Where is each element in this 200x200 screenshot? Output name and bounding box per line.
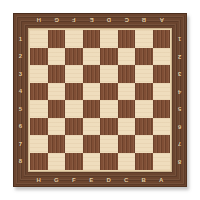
square-e6[interactable] <box>83 118 101 136</box>
square-d3[interactable] <box>100 65 118 83</box>
square-c2[interactable] <box>118 48 136 66</box>
square-h8[interactable] <box>30 153 48 171</box>
square-d8[interactable] <box>100 153 118 171</box>
square-e8[interactable] <box>83 153 101 171</box>
square-d4[interactable] <box>100 83 118 101</box>
square-d5[interactable] <box>100 100 118 118</box>
square-b8[interactable] <box>135 153 153 171</box>
board-frame-left <box>13 13 28 187</box>
square-b7[interactable] <box>135 135 153 153</box>
square-f4[interactable] <box>65 83 83 101</box>
square-g5[interactable] <box>48 100 66 118</box>
square-d7[interactable] <box>100 135 118 153</box>
square-h1[interactable] <box>30 30 48 48</box>
square-e2[interactable] <box>83 48 101 66</box>
square-g4[interactable] <box>48 83 66 101</box>
square-c3[interactable] <box>118 65 136 83</box>
square-d2[interactable] <box>100 48 118 66</box>
square-b4[interactable] <box>135 83 153 101</box>
square-g2[interactable] <box>48 48 66 66</box>
square-a4[interactable] <box>153 83 171 101</box>
square-h2[interactable] <box>30 48 48 66</box>
board-frame-bottom <box>13 172 187 187</box>
square-e4[interactable] <box>83 83 101 101</box>
square-h4[interactable] <box>30 83 48 101</box>
square-a2[interactable] <box>153 48 171 66</box>
square-b1[interactable] <box>135 30 153 48</box>
square-e7[interactable] <box>83 135 101 153</box>
square-a6[interactable] <box>153 118 171 136</box>
square-f6[interactable] <box>65 118 83 136</box>
square-f7[interactable] <box>65 135 83 153</box>
chess-board: HH11GG22FF33EE44DD55CC66BB77AA88 <box>13 13 187 187</box>
square-b2[interactable] <box>135 48 153 66</box>
square-f3[interactable] <box>65 65 83 83</box>
square-h6[interactable] <box>30 118 48 136</box>
square-g8[interactable] <box>48 153 66 171</box>
square-f8[interactable] <box>65 153 83 171</box>
square-a3[interactable] <box>153 65 171 83</box>
square-c6[interactable] <box>118 118 136 136</box>
board-frame-top <box>13 13 187 28</box>
square-d1[interactable] <box>100 30 118 48</box>
square-g1[interactable] <box>48 30 66 48</box>
board-squares-grid <box>30 30 170 170</box>
square-a7[interactable] <box>153 135 171 153</box>
square-f1[interactable] <box>65 30 83 48</box>
square-c4[interactable] <box>118 83 136 101</box>
square-c1[interactable] <box>118 30 136 48</box>
square-h3[interactable] <box>30 65 48 83</box>
product-photo-background: { "game": "chess", "scene": "overhead ph… <box>0 0 200 200</box>
square-f5[interactable] <box>65 100 83 118</box>
square-a8[interactable] <box>153 153 171 171</box>
square-f2[interactable] <box>65 48 83 66</box>
square-a1[interactable] <box>153 30 171 48</box>
square-a5[interactable] <box>153 100 171 118</box>
square-c7[interactable] <box>118 135 136 153</box>
square-g7[interactable] <box>48 135 66 153</box>
square-g6[interactable] <box>48 118 66 136</box>
square-b3[interactable] <box>135 65 153 83</box>
square-e3[interactable] <box>83 65 101 83</box>
square-d6[interactable] <box>100 118 118 136</box>
square-c8[interactable] <box>118 153 136 171</box>
square-b6[interactable] <box>135 118 153 136</box>
square-g3[interactable] <box>48 65 66 83</box>
square-e1[interactable] <box>83 30 101 48</box>
square-e5[interactable] <box>83 100 101 118</box>
board-frame-right <box>172 13 187 187</box>
square-h7[interactable] <box>30 135 48 153</box>
square-c5[interactable] <box>118 100 136 118</box>
square-b5[interactable] <box>135 100 153 118</box>
square-h5[interactable] <box>30 100 48 118</box>
